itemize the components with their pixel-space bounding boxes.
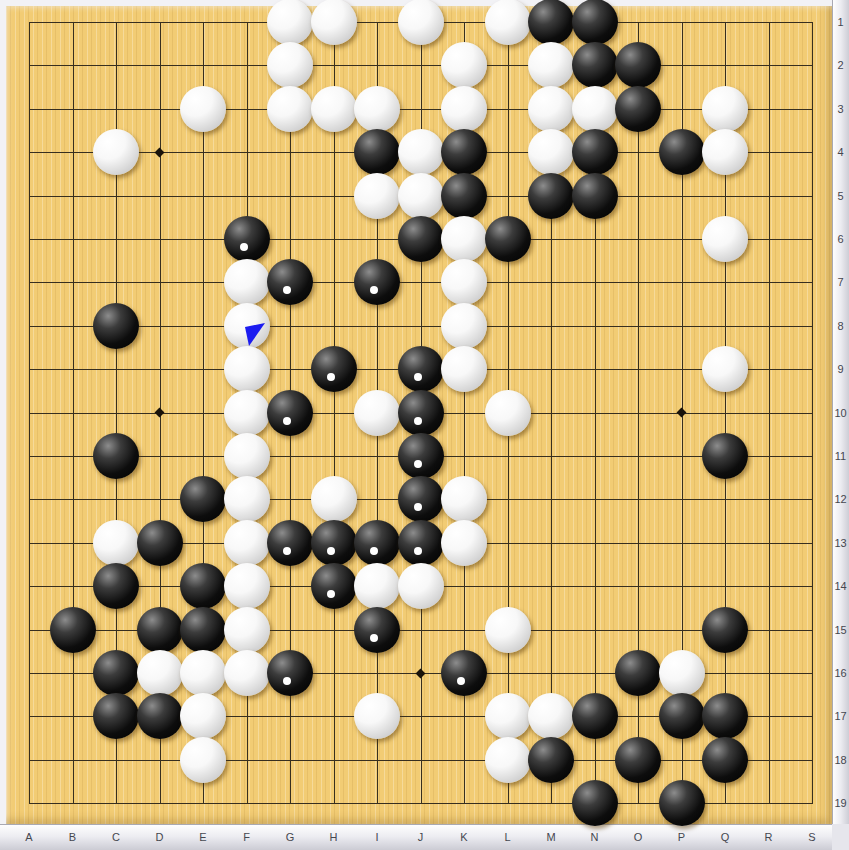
black-stone[interactable] (528, 737, 574, 783)
row-label: 17 (832, 709, 849, 723)
black-stone[interactable] (572, 173, 618, 219)
move-dot-marker (240, 243, 248, 251)
white-stone[interactable] (267, 86, 313, 132)
black-stone[interactable] (702, 433, 748, 479)
row-label: 7 (832, 275, 849, 289)
move-dot-marker (283, 547, 291, 555)
black-stone[interactable] (93, 303, 139, 349)
column-label: O (628, 824, 648, 850)
black-stone[interactable] (615, 86, 661, 132)
column-label: P (672, 824, 692, 850)
black-stone[interactable] (572, 42, 618, 88)
black-stone[interactable] (93, 433, 139, 479)
black-stone[interactable] (398, 346, 444, 392)
black-stone[interactable] (615, 650, 661, 696)
white-stone[interactable] (398, 563, 444, 609)
row-label: 11 (832, 449, 849, 463)
column-label: F (237, 824, 257, 850)
black-stone[interactable] (441, 129, 487, 175)
black-stone[interactable] (224, 216, 270, 262)
white-stone[interactable] (224, 259, 270, 305)
black-stone[interactable] (93, 650, 139, 696)
black-stone[interactable] (398, 216, 444, 262)
black-stone[interactable] (572, 780, 618, 826)
white-stone[interactable] (93, 129, 139, 175)
black-stone[interactable] (702, 737, 748, 783)
black-stone[interactable] (311, 520, 357, 566)
column-label: R (759, 824, 779, 850)
white-stone[interactable] (441, 216, 487, 262)
black-stone[interactable] (354, 607, 400, 653)
white-stone[interactable] (485, 693, 531, 739)
white-stone[interactable] (485, 607, 531, 653)
move-dot-marker (457, 677, 465, 685)
move-dot-marker (370, 634, 378, 642)
column-label: Q (715, 824, 735, 850)
black-stone[interactable] (311, 563, 357, 609)
white-stone[interactable] (441, 86, 487, 132)
white-stone[interactable] (485, 0, 531, 45)
white-stone[interactable] (659, 650, 705, 696)
row-label: 12 (832, 492, 849, 506)
black-stone[interactable] (572, 129, 618, 175)
row-label: 10 (832, 406, 849, 420)
black-stone[interactable] (572, 0, 618, 45)
move-dot-marker (370, 547, 378, 555)
black-stone[interactable] (398, 433, 444, 479)
move-dot-marker (414, 460, 422, 468)
white-stone[interactable] (224, 563, 270, 609)
white-stone[interactable] (311, 0, 357, 45)
row-label: 8 (832, 319, 849, 333)
move-dot-marker (327, 590, 335, 598)
black-stone[interactable] (528, 0, 574, 45)
white-stone[interactable] (224, 607, 270, 653)
white-stone[interactable] (398, 129, 444, 175)
white-stone[interactable] (311, 86, 357, 132)
white-stone[interactable] (702, 129, 748, 175)
black-stone[interactable] (572, 693, 618, 739)
white-stone[interactable] (354, 86, 400, 132)
column-label: N (585, 824, 605, 850)
black-stone[interactable] (137, 693, 183, 739)
move-dot-marker (414, 503, 422, 511)
row-label: 13 (832, 536, 849, 550)
black-stone[interactable] (659, 129, 705, 175)
white-stone[interactable] (267, 0, 313, 45)
black-stone[interactable] (398, 520, 444, 566)
column-label: B (63, 824, 83, 850)
column-label: G (280, 824, 300, 850)
white-stone[interactable] (572, 86, 618, 132)
black-stone[interactable] (702, 607, 748, 653)
white-stone[interactable] (441, 346, 487, 392)
black-stone[interactable] (93, 563, 139, 609)
column-label: J (411, 824, 431, 850)
move-dot-marker (283, 417, 291, 425)
white-stone[interactable] (485, 390, 531, 436)
row-label: 1 (832, 15, 849, 29)
white-stone[interactable] (224, 346, 270, 392)
white-stone[interactable] (180, 650, 226, 696)
black-stone[interactable] (267, 520, 313, 566)
white-stone[interactable] (180, 737, 226, 783)
white-stone[interactable] (354, 390, 400, 436)
white-stone[interactable] (528, 86, 574, 132)
row-label: 16 (832, 666, 849, 680)
black-stone[interactable] (137, 607, 183, 653)
row-label: 19 (832, 796, 849, 810)
white-stone[interactable] (528, 129, 574, 175)
move-dot-marker (414, 417, 422, 425)
white-stone[interactable] (702, 216, 748, 262)
white-stone[interactable] (354, 173, 400, 219)
black-stone[interactable] (354, 129, 400, 175)
go-app-window: ABCDEFGHIJKLMNOPQRS123456789101112131415… (0, 0, 849, 850)
move-dot-marker (283, 286, 291, 294)
move-dot-marker (414, 373, 422, 381)
black-stone[interactable] (441, 173, 487, 219)
column-label: S (802, 824, 822, 850)
column-label: H (324, 824, 344, 850)
white-stone[interactable] (93, 520, 139, 566)
row-label: 5 (832, 189, 849, 203)
move-dot-marker (327, 373, 335, 381)
column-label: C (106, 824, 126, 850)
white-stone[interactable] (224, 303, 270, 349)
white-stone[interactable] (441, 303, 487, 349)
column-label: L (498, 824, 518, 850)
column-label: E (193, 824, 213, 850)
row-label: 6 (832, 232, 849, 246)
label-strip-corner (832, 824, 849, 850)
black-stone[interactable] (180, 607, 226, 653)
black-stone[interactable] (441, 650, 487, 696)
black-stone[interactable] (137, 520, 183, 566)
white-stone[interactable] (224, 433, 270, 479)
move-dot-marker (414, 547, 422, 555)
black-stone[interactable] (180, 563, 226, 609)
white-stone[interactable] (354, 563, 400, 609)
white-stone[interactable] (311, 476, 357, 522)
column-label: M (541, 824, 561, 850)
row-label: 3 (832, 102, 849, 116)
move-dot-marker (327, 547, 335, 555)
white-stone[interactable] (485, 737, 531, 783)
row-label: 2 (832, 58, 849, 72)
black-stone[interactable] (398, 476, 444, 522)
grid-line-vertical (812, 22, 813, 804)
black-stone[interactable] (659, 693, 705, 739)
black-stone[interactable] (311, 346, 357, 392)
black-stone[interactable] (398, 390, 444, 436)
black-stone[interactable] (485, 216, 531, 262)
black-stone[interactable] (354, 520, 400, 566)
white-stone[interactable] (137, 650, 183, 696)
white-stone[interactable] (224, 390, 270, 436)
last-move-triangle-marker (244, 323, 266, 347)
white-stone[interactable] (224, 650, 270, 696)
column-label: D (150, 824, 170, 850)
move-dot-marker (283, 677, 291, 685)
row-label: 14 (832, 579, 849, 593)
white-stone[interactable] (702, 86, 748, 132)
black-stone[interactable] (659, 780, 705, 826)
black-stone[interactable] (528, 173, 574, 219)
column-label: I (367, 824, 387, 850)
row-label: 18 (832, 753, 849, 767)
column-label: A (19, 824, 39, 850)
white-stone[interactable] (224, 520, 270, 566)
grid-line-vertical (769, 22, 770, 804)
white-stone[interactable] (441, 520, 487, 566)
black-stone[interactable] (615, 737, 661, 783)
white-stone[interactable] (702, 346, 748, 392)
white-stone[interactable] (398, 173, 444, 219)
black-stone[interactable] (50, 607, 96, 653)
row-label: 9 (832, 362, 849, 376)
white-stone[interactable] (398, 0, 444, 45)
black-stone[interactable] (267, 650, 313, 696)
column-label: K (454, 824, 474, 850)
grid-line-horizontal (29, 760, 813, 761)
row-label: 15 (832, 623, 849, 637)
row-label: 4 (832, 145, 849, 159)
white-stone[interactable] (224, 476, 270, 522)
white-stone[interactable] (180, 86, 226, 132)
black-stone[interactable] (267, 390, 313, 436)
move-dot-marker (370, 286, 378, 294)
